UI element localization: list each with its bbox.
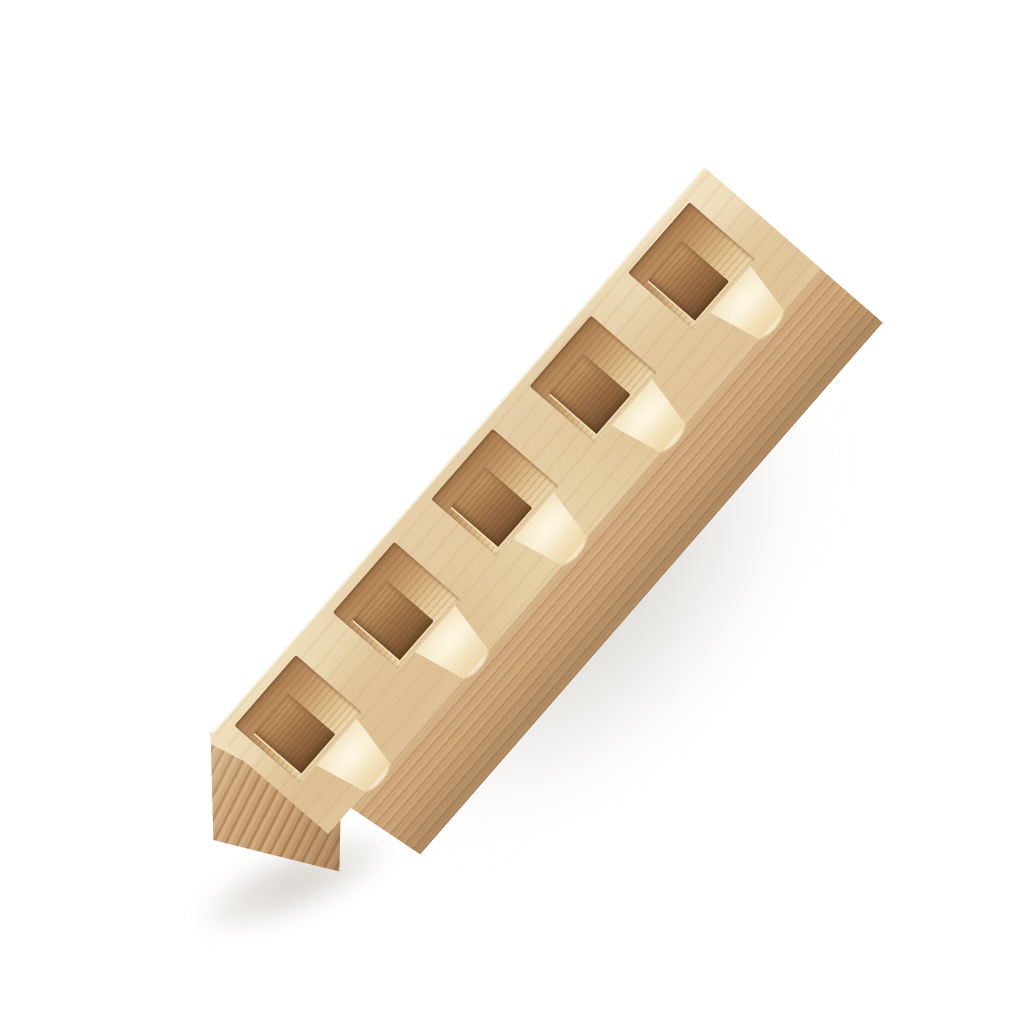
- product-photo-scene: [0, 0, 1020, 1020]
